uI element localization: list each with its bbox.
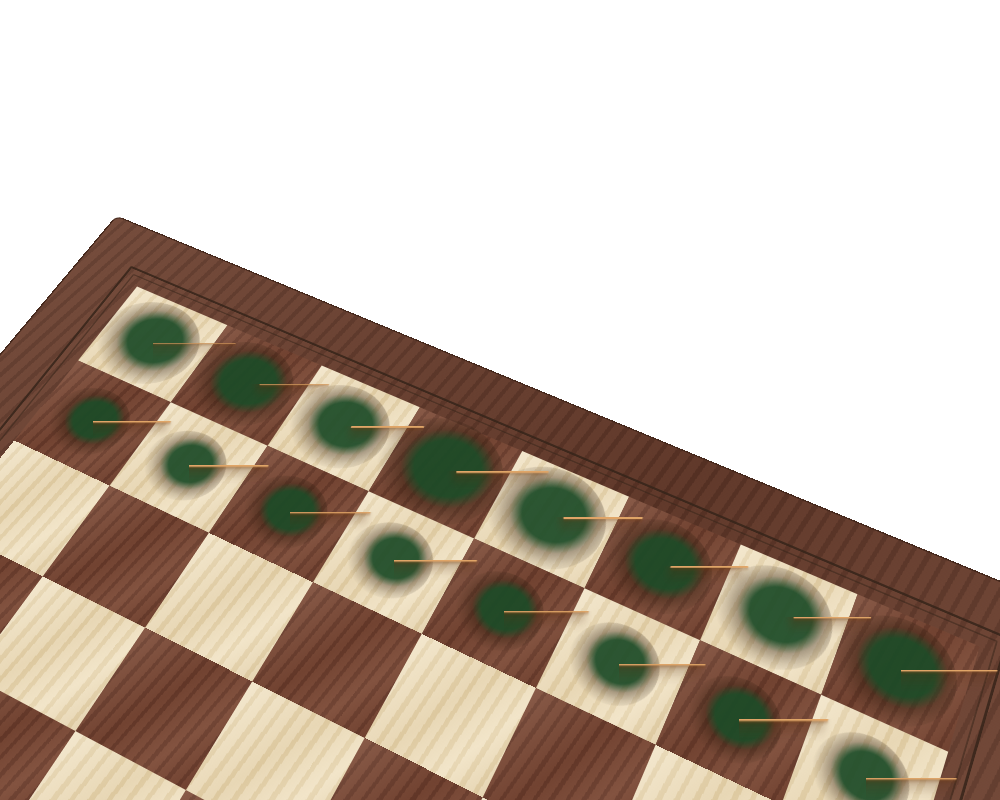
board-grid: ♜♞♝♚♛♝♞♜♟♟♟♟♟♟♟♟ <box>0 286 980 800</box>
white-pawn: ♟ <box>712 509 851 760</box>
photo-scene: ♜♞♝♚♛♝♞♜♟♟♟♟♟♟♟♟ <box>0 0 1000 800</box>
chess-board: ♜♞♝♚♛♝♞♜♟♟♟♟♟♟♟♟ <box>0 215 1000 800</box>
square-g3 <box>43 486 209 628</box>
white-pawn: ♟ <box>838 562 981 800</box>
